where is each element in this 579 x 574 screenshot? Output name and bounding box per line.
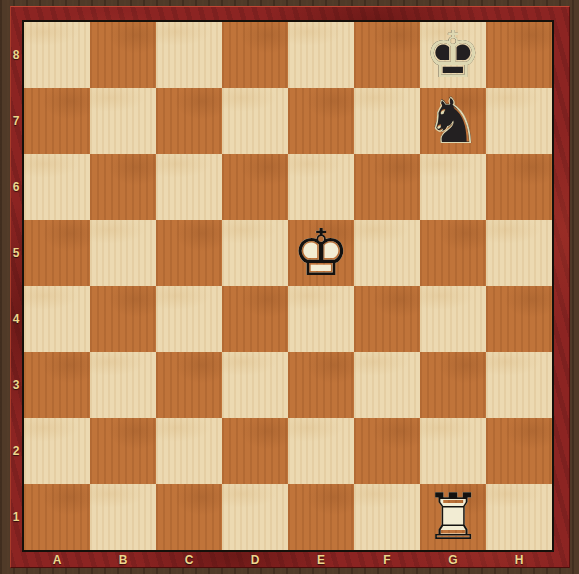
chess-board: ♚♔♞♘♚♔♜♖ [22, 20, 554, 552]
square-d7[interactable] [222, 88, 288, 154]
rank-label-2: 2 [10, 418, 22, 484]
square-c4[interactable] [156, 286, 222, 352]
square-f6[interactable] [354, 154, 420, 220]
piece-white-king[interactable]: ♚♔ [288, 220, 354, 286]
piece-white-rook[interactable]: ♜♖ [420, 484, 486, 550]
file-label-g: G [420, 551, 486, 568]
square-g6[interactable] [420, 154, 486, 220]
square-a6[interactable] [24, 154, 90, 220]
white-king-outline: ♔ [288, 220, 354, 286]
file-label-a: A [24, 551, 90, 568]
square-f7[interactable] [354, 88, 420, 154]
square-a7[interactable] [24, 88, 90, 154]
square-c7[interactable] [156, 88, 222, 154]
square-e3[interactable] [288, 352, 354, 418]
square-h3[interactable] [486, 352, 552, 418]
square-h7[interactable] [486, 88, 552, 154]
rank-label-4: 4 [10, 286, 22, 352]
black-king-outline: ♔ [420, 22, 486, 88]
file-label-h: H [486, 551, 552, 568]
square-c6[interactable] [156, 154, 222, 220]
square-g4[interactable] [420, 286, 486, 352]
square-h4[interactable] [486, 286, 552, 352]
square-c1[interactable] [156, 484, 222, 550]
square-b3[interactable] [90, 352, 156, 418]
square-f3[interactable] [354, 352, 420, 418]
square-g5[interactable] [420, 220, 486, 286]
rank-label-3: 3 [10, 352, 22, 418]
square-e2[interactable] [288, 418, 354, 484]
square-a3[interactable] [24, 352, 90, 418]
black-knight-outline: ♘ [420, 88, 486, 154]
square-d3[interactable] [222, 352, 288, 418]
square-e6[interactable] [288, 154, 354, 220]
square-b5[interactable] [90, 220, 156, 286]
square-f4[interactable] [354, 286, 420, 352]
file-label-b: B [90, 551, 156, 568]
square-f5[interactable] [354, 220, 420, 286]
square-g7[interactable]: ♞♘ [420, 88, 486, 154]
square-c8[interactable] [156, 22, 222, 88]
square-h5[interactable] [486, 220, 552, 286]
square-d5[interactable] [222, 220, 288, 286]
square-e7[interactable] [288, 88, 354, 154]
square-b1[interactable] [90, 484, 156, 550]
file-label-d: D [222, 551, 288, 568]
rank-label-7: 7 [10, 88, 22, 154]
rank-label-5: 5 [10, 220, 22, 286]
square-h2[interactable] [486, 418, 552, 484]
square-f2[interactable] [354, 418, 420, 484]
file-labels: ABCDEFGH [24, 551, 552, 568]
square-d8[interactable] [222, 22, 288, 88]
piece-black-knight[interactable]: ♞♘ [420, 88, 486, 154]
square-f1[interactable] [354, 484, 420, 550]
square-e5[interactable]: ♚♔ [288, 220, 354, 286]
square-g1[interactable]: ♜♖ [420, 484, 486, 550]
square-a2[interactable] [24, 418, 90, 484]
square-e8[interactable] [288, 22, 354, 88]
square-g3[interactable] [420, 352, 486, 418]
file-label-f: F [354, 551, 420, 568]
file-label-e: E [288, 551, 354, 568]
rank-label-8: 8 [10, 22, 22, 88]
square-c2[interactable] [156, 418, 222, 484]
square-b6[interactable] [90, 154, 156, 220]
square-h6[interactable] [486, 154, 552, 220]
square-b2[interactable] [90, 418, 156, 484]
square-a4[interactable] [24, 286, 90, 352]
square-d1[interactable] [222, 484, 288, 550]
square-e4[interactable] [288, 286, 354, 352]
square-a1[interactable] [24, 484, 90, 550]
chess-app: { "game": "chess", "board": { "files": [… [0, 0, 579, 574]
rank-label-6: 6 [10, 154, 22, 220]
square-b7[interactable] [90, 88, 156, 154]
square-f8[interactable] [354, 22, 420, 88]
square-b8[interactable] [90, 22, 156, 88]
square-d2[interactable] [222, 418, 288, 484]
piece-black-king[interactable]: ♚♔ [420, 22, 486, 88]
rank-labels: 87654321 [10, 22, 22, 550]
file-label-c: C [156, 551, 222, 568]
square-e1[interactable] [288, 484, 354, 550]
square-b4[interactable] [90, 286, 156, 352]
square-d4[interactable] [222, 286, 288, 352]
square-h1[interactable] [486, 484, 552, 550]
square-a8[interactable] [24, 22, 90, 88]
square-g8[interactable]: ♚♔ [420, 22, 486, 88]
square-a5[interactable] [24, 220, 90, 286]
white-rook-outline: ♖ [420, 484, 486, 550]
square-c3[interactable] [156, 352, 222, 418]
square-c5[interactable] [156, 220, 222, 286]
square-g2[interactable] [420, 418, 486, 484]
rank-label-1: 1 [10, 484, 22, 550]
square-d6[interactable] [222, 154, 288, 220]
square-h8[interactable] [486, 22, 552, 88]
